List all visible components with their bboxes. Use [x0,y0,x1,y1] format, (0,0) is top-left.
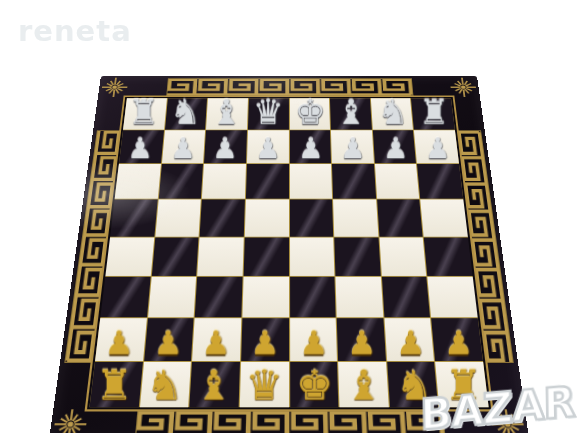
piece-white-pawn: ♟ [240,327,287,360]
square-h5 [420,200,467,237]
square-c7: ♟ [204,130,247,163]
square-h4 [424,237,473,275]
square-f4 [334,237,380,275]
starburst-icon [51,408,89,433]
square-b4 [151,237,198,275]
square-e1: ♚ [289,362,338,407]
piece-white-pawn: ♟ [338,327,385,360]
square-b1: ♞ [139,362,191,407]
square-b7: ♟ [161,130,205,163]
piece-black-knight: ♞ [164,95,205,129]
square-e8: ♚ [289,98,330,129]
square-c1: ♝ [189,362,239,407]
square-d4 [243,237,288,275]
square-a4 [105,237,154,275]
square-e4 [289,237,334,275]
piece-white-bishop: ♝ [339,365,388,406]
square-h2: ♟ [431,318,482,361]
square-c2: ♟ [192,318,241,361]
piece-white-knight: ♞ [139,365,188,406]
square-a8: ♜ [123,98,167,129]
piece-white-pawn: ♟ [143,327,190,360]
square-g8: ♞ [370,98,413,129]
square-e5 [289,200,333,237]
square-f7: ♟ [331,130,374,163]
square-f2: ♟ [336,318,385,361]
piece-white-pawn: ♟ [192,327,239,360]
starburst-icon [448,77,478,98]
square-h8: ♜ [411,98,455,129]
square-g4 [379,237,426,275]
square-e7: ♟ [289,130,331,163]
square-d1: ♛ [239,362,288,407]
piece-white-pawn: ♟ [435,327,482,360]
watermark-reneta: reneta [18,14,132,48]
piece-white-bishop: ♝ [189,365,238,406]
square-g7: ♟ [372,130,416,163]
piece-black-bishop: ♝ [330,95,371,129]
square-f1: ♝ [338,362,388,407]
square-a7: ♟ [119,130,164,163]
square-a1: ♜ [89,362,142,407]
chess-board: ♜♞♝♛♚♝♞♜♟♟♟♟♟♟♟♟♟♟♟♟♟♟♟♟♜♞♝♛♚♝♞♜ [48,76,529,433]
square-g2: ♟ [384,318,434,361]
square-a2: ♟ [95,318,146,361]
square-f8: ♝ [330,98,372,129]
square-f5 [333,200,378,237]
meander-strip-bottom [134,410,445,433]
chess-board-scene: ♜♞♝♛♚♝♞♜♟♟♟♟♟♟♟♟♟♟♟♟♟♟♟♟♜♞♝♛♚♝♞♜ [0,26,577,426]
piece-white-king: ♚ [289,365,338,406]
piece-white-queen: ♛ [239,365,288,406]
board-grid: ♜♞♝♛♚♝♞♜♟♟♟♟♟♟♟♟♟♟♟♟♟♟♟♟♜♞♝♛♚♝♞♜ [89,98,488,407]
piece-black-knight: ♞ [372,95,413,129]
square-b2: ♟ [143,318,193,361]
square-g5 [376,200,422,237]
meander-strip-top [166,78,413,96]
piece-white-rook: ♜ [89,365,138,406]
square-d5 [244,200,288,237]
starburst-icon [99,77,129,98]
piece-black-rook: ♜ [123,95,164,129]
piece-white-pawn: ♟ [289,327,336,360]
piece-black-bishop: ♝ [206,95,247,129]
square-c4 [197,237,243,275]
square-e2: ♟ [289,318,337,361]
piece-black-queen: ♛ [247,95,288,129]
square-d7: ♟ [246,130,288,163]
square-b5 [155,200,201,237]
square-h7: ♟ [414,130,459,163]
square-d8: ♛ [247,98,288,129]
square-c8: ♝ [206,98,248,129]
square-d2: ♟ [240,318,288,361]
piece-black-king: ♚ [289,95,330,129]
piece-white-pawn: ♟ [386,327,433,360]
piece-black-rook: ♜ [414,95,455,129]
square-a5 [110,200,157,237]
square-c5 [199,200,244,237]
square-b8: ♞ [164,98,207,129]
piece-white-pawn: ♟ [95,327,142,360]
